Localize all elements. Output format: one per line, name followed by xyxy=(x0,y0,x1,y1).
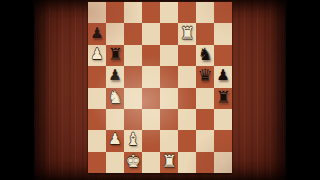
white-rook: ♜ xyxy=(179,25,194,42)
square-f3[interactable] xyxy=(178,109,196,130)
white-king: ♚ xyxy=(125,153,140,170)
square-b6[interactable]: ♜ xyxy=(106,45,124,66)
black-rook: ♜ xyxy=(107,46,122,63)
square-a7[interactable]: ♟ xyxy=(88,23,106,44)
square-f7[interactable]: ♜ xyxy=(178,23,196,44)
square-f2[interactable] xyxy=(178,130,196,151)
letterbox-left-bar xyxy=(0,0,34,180)
square-g1[interactable] xyxy=(196,152,214,173)
black-pawn: ♟ xyxy=(108,68,121,83)
square-b8[interactable] xyxy=(106,2,124,23)
square-a4[interactable] xyxy=(88,88,106,109)
white-rook: ♜ xyxy=(161,153,176,170)
square-h6[interactable] xyxy=(214,45,232,66)
square-g6[interactable]: ♞ xyxy=(196,45,214,66)
square-c8[interactable] xyxy=(124,2,142,23)
video-frame: ♟♜♟♜♞♟♛♟♞♜♟♝♚♜ xyxy=(0,0,320,180)
square-g4[interactable] xyxy=(196,88,214,109)
square-g7[interactable] xyxy=(196,23,214,44)
black-queen: ♛ xyxy=(197,67,212,84)
square-d8[interactable] xyxy=(142,2,160,23)
square-a1[interactable] xyxy=(88,152,106,173)
square-c6[interactable] xyxy=(124,45,142,66)
letterbox-right-bar xyxy=(286,0,320,180)
square-c2[interactable]: ♝ xyxy=(124,130,142,151)
square-h7[interactable] xyxy=(214,23,232,44)
square-c3[interactable] xyxy=(124,109,142,130)
square-a5[interactable] xyxy=(88,66,106,87)
square-b4[interactable]: ♞ xyxy=(106,88,124,109)
square-g5[interactable]: ♛ xyxy=(196,66,214,87)
square-f8[interactable] xyxy=(178,2,196,23)
square-h3[interactable] xyxy=(214,109,232,130)
black-rook: ♜ xyxy=(215,89,230,106)
square-d1[interactable] xyxy=(142,152,160,173)
white-pawn: ♟ xyxy=(108,132,121,147)
white-knight: ♞ xyxy=(107,89,122,106)
square-a3[interactable] xyxy=(88,109,106,130)
square-h2[interactable] xyxy=(214,130,232,151)
square-e5[interactable] xyxy=(160,66,178,87)
square-b1[interactable] xyxy=(106,152,124,173)
square-h4[interactable]: ♜ xyxy=(214,88,232,109)
white-bishop: ♝ xyxy=(125,131,140,148)
square-a8[interactable] xyxy=(88,2,106,23)
chess-board: ♟♜♟♜♞♟♛♟♞♜♟♝♚♜ xyxy=(88,2,232,173)
square-c7[interactable] xyxy=(124,23,142,44)
square-e8[interactable] xyxy=(160,2,178,23)
square-a6[interactable]: ♟ xyxy=(88,45,106,66)
square-g2[interactable] xyxy=(196,130,214,151)
square-c4[interactable] xyxy=(124,88,142,109)
square-c5[interactable] xyxy=(124,66,142,87)
square-f5[interactable] xyxy=(178,66,196,87)
square-d2[interactable] xyxy=(142,130,160,151)
square-g3[interactable] xyxy=(196,109,214,130)
square-c1[interactable]: ♚ xyxy=(124,152,142,173)
square-d5[interactable] xyxy=(142,66,160,87)
square-f4[interactable] xyxy=(178,88,196,109)
black-pawn: ♟ xyxy=(216,68,229,83)
square-d4[interactable] xyxy=(142,88,160,109)
square-e3[interactable] xyxy=(160,109,178,130)
square-e4[interactable] xyxy=(160,88,178,109)
square-d6[interactable] xyxy=(142,45,160,66)
square-b5[interactable]: ♟ xyxy=(106,66,124,87)
square-h8[interactable] xyxy=(214,2,232,23)
square-f6[interactable] xyxy=(178,45,196,66)
square-d7[interactable] xyxy=(142,23,160,44)
square-e7[interactable] xyxy=(160,23,178,44)
square-d3[interactable] xyxy=(142,109,160,130)
square-b2[interactable]: ♟ xyxy=(106,130,124,151)
square-h1[interactable] xyxy=(214,152,232,173)
square-g8[interactable] xyxy=(196,2,214,23)
square-e2[interactable] xyxy=(160,130,178,151)
square-h5[interactable]: ♟ xyxy=(214,66,232,87)
square-b3[interactable] xyxy=(106,109,124,130)
square-a2[interactable] xyxy=(88,130,106,151)
black-knight: ♞ xyxy=(197,46,212,63)
white-pawn: ♟ xyxy=(90,47,103,62)
board-watermark xyxy=(217,156,229,169)
square-b7[interactable] xyxy=(106,23,124,44)
square-e1[interactable]: ♜ xyxy=(160,152,178,173)
square-e6[interactable] xyxy=(160,45,178,66)
black-pawn: ♟ xyxy=(90,26,103,41)
square-f1[interactable] xyxy=(178,152,196,173)
